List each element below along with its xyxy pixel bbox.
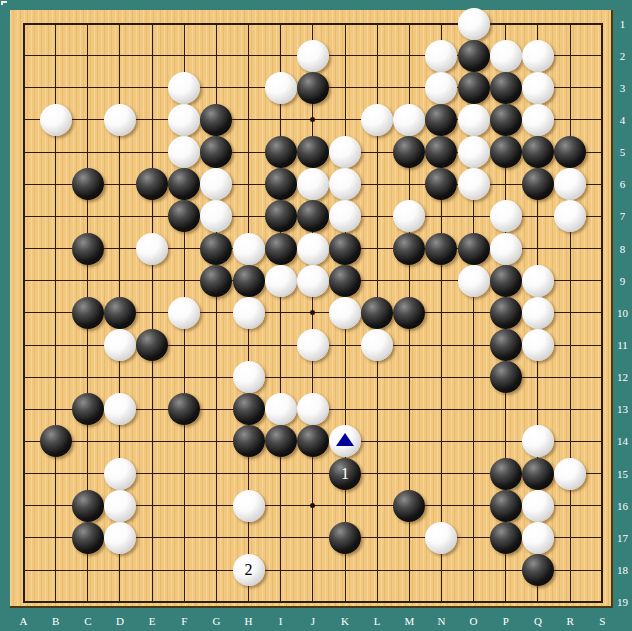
stone-white-K5[interactable] xyxy=(329,136,361,168)
stone-white-J8[interactable] xyxy=(297,233,329,265)
stone-white-D11[interactable] xyxy=(104,329,136,361)
col-label-M: M xyxy=(401,615,417,627)
stone-white-F4[interactable] xyxy=(168,104,200,136)
stone-black-C17[interactable] xyxy=(72,522,104,554)
stone-white-Q2[interactable] xyxy=(522,40,554,72)
col-label-C: C xyxy=(80,615,96,627)
stone-black-O8[interactable] xyxy=(458,233,490,265)
stone-black-H9[interactable] xyxy=(233,265,265,297)
grid-line-v-S xyxy=(601,23,603,604)
col-label-F: F xyxy=(176,615,192,627)
col-label-B: B xyxy=(48,615,64,627)
stone-white-Q9[interactable] xyxy=(522,265,554,297)
stone-white-O6[interactable] xyxy=(458,168,490,200)
stone-white-Q16[interactable] xyxy=(522,490,554,522)
row-label-12: 12 xyxy=(614,371,631,383)
stone-black-P11[interactable] xyxy=(490,329,522,361)
stone-white-I13[interactable] xyxy=(265,393,297,425)
stone-black-N8[interactable] xyxy=(425,233,457,265)
row-label-14: 14 xyxy=(614,435,631,447)
stone-white-L11[interactable] xyxy=(361,329,393,361)
stone-white-D17[interactable] xyxy=(104,522,136,554)
stone-white-D13[interactable] xyxy=(104,393,136,425)
col-label-R: R xyxy=(562,615,578,627)
stone-white-P2[interactable] xyxy=(490,40,522,72)
stone-white-O1[interactable] xyxy=(458,8,490,40)
stone-black-P10[interactable] xyxy=(490,297,522,329)
stone-black-I14[interactable] xyxy=(265,425,297,457)
grid-line-h-18 xyxy=(23,570,604,571)
stone-white-J2[interactable] xyxy=(297,40,329,72)
stone-white-J13[interactable] xyxy=(297,393,329,425)
stone-black-H13[interactable] xyxy=(233,393,265,425)
row-label-4: 4 xyxy=(614,114,631,126)
stone-black-K9[interactable] xyxy=(329,265,361,297)
col-label-G: G xyxy=(208,615,224,627)
stone-black-I7[interactable] xyxy=(265,200,297,232)
stone-white-Q11[interactable] xyxy=(522,329,554,361)
stone-white-J11[interactable] xyxy=(297,329,329,361)
stone-white-H12[interactable] xyxy=(233,361,265,393)
stone-black-R5[interactable] xyxy=(554,136,586,168)
stone-black-Q6[interactable] xyxy=(522,168,554,200)
stone-black-P17[interactable] xyxy=(490,522,522,554)
grid-line-h-19 xyxy=(23,601,604,603)
stone-black-C16[interactable] xyxy=(72,490,104,522)
row-label-13: 13 xyxy=(614,403,631,415)
stone-white-Q17[interactable] xyxy=(522,522,554,554)
stone-black-J5[interactable] xyxy=(297,136,329,168)
stone-black-I8[interactable] xyxy=(265,233,297,265)
stone-black-M8[interactable] xyxy=(393,233,425,265)
stone-black-B14[interactable] xyxy=(40,425,72,457)
stone-black-K17[interactable] xyxy=(329,522,361,554)
stone-black-P16[interactable] xyxy=(490,490,522,522)
grid-line-v-R xyxy=(570,23,571,604)
stone-black-J3[interactable] xyxy=(297,72,329,104)
stone-black-E11[interactable] xyxy=(136,329,168,361)
stone-white-H10[interactable] xyxy=(233,297,265,329)
col-label-O: O xyxy=(466,615,482,627)
stone-black-P15[interactable] xyxy=(490,458,522,490)
row-label-2: 2 xyxy=(614,50,631,62)
stone-black-Q5[interactable] xyxy=(522,136,554,168)
row-label-6: 6 xyxy=(614,178,631,190)
stone-black-P3[interactable] xyxy=(490,72,522,104)
move-number-K15: 1 xyxy=(329,458,361,490)
stone-black-C8[interactable] xyxy=(72,233,104,265)
stone-white-D15[interactable] xyxy=(104,458,136,490)
stone-white-Q3[interactable] xyxy=(522,72,554,104)
stone-white-F10[interactable] xyxy=(168,297,200,329)
row-label-17: 17 xyxy=(614,532,631,544)
stone-black-O2[interactable] xyxy=(458,40,490,72)
col-label-E: E xyxy=(144,615,160,627)
stone-white-I3[interactable] xyxy=(265,72,297,104)
stone-white-P7[interactable] xyxy=(490,200,522,232)
row-label-15: 15 xyxy=(614,468,631,480)
col-label-K: K xyxy=(337,615,353,627)
stone-black-H14[interactable] xyxy=(233,425,265,457)
stone-black-I6[interactable] xyxy=(265,168,297,200)
col-label-Q: Q xyxy=(530,615,546,627)
row-label-7: 7 xyxy=(614,210,631,222)
stone-white-N3[interactable] xyxy=(425,72,457,104)
stone-black-O3[interactable] xyxy=(458,72,490,104)
triangle-mark-K14 xyxy=(336,433,354,446)
move-number-H18: 2 xyxy=(233,554,265,586)
stone-white-R15[interactable] xyxy=(554,458,586,490)
stone-black-Q18[interactable] xyxy=(522,554,554,586)
row-label-9: 9 xyxy=(614,275,631,287)
stone-black-G8[interactable] xyxy=(200,233,232,265)
stone-white-D16[interactable] xyxy=(104,490,136,522)
stone-white-P8[interactable] xyxy=(490,233,522,265)
col-label-D: D xyxy=(112,615,128,627)
stone-white-Q10[interactable] xyxy=(522,297,554,329)
row-label-5: 5 xyxy=(614,146,631,158)
stone-white-H8[interactable] xyxy=(233,233,265,265)
stone-black-J7[interactable] xyxy=(297,200,329,232)
row-label-11: 11 xyxy=(614,339,631,351)
stone-black-M10[interactable] xyxy=(393,297,425,329)
col-label-A: A xyxy=(16,615,32,627)
stone-white-L4[interactable] xyxy=(361,104,393,136)
row-label-16: 16 xyxy=(614,500,631,512)
row-label-8: 8 xyxy=(614,243,631,255)
stone-black-C13[interactable] xyxy=(72,393,104,425)
col-label-P: P xyxy=(498,615,514,627)
row-label-3: 3 xyxy=(614,82,631,94)
row-label-19: 19 xyxy=(614,596,631,608)
stone-white-N2[interactable] xyxy=(425,40,457,72)
stone-white-O9[interactable] xyxy=(458,265,490,297)
stone-white-E8[interactable] xyxy=(136,233,168,265)
stone-white-O4[interactable] xyxy=(458,104,490,136)
stone-white-I9[interactable] xyxy=(265,265,297,297)
stone-black-M16[interactable] xyxy=(393,490,425,522)
stone-black-Q15[interactable] xyxy=(522,458,554,490)
stone-black-K8[interactable] xyxy=(329,233,361,265)
stone-black-P4[interactable] xyxy=(490,104,522,136)
stone-white-B4[interactable] xyxy=(40,104,72,136)
stone-black-P9[interactable] xyxy=(490,265,522,297)
stone-white-K10[interactable] xyxy=(329,297,361,329)
stone-black-G9[interactable] xyxy=(200,265,232,297)
stone-white-H16[interactable] xyxy=(233,490,265,522)
col-label-S: S xyxy=(594,615,610,627)
stone-white-F3[interactable] xyxy=(168,72,200,104)
stone-white-O5[interactable] xyxy=(458,136,490,168)
screen-corner-artifact xyxy=(1,1,7,3)
stone-white-J6[interactable] xyxy=(297,168,329,200)
stone-black-P5[interactable] xyxy=(490,136,522,168)
stone-white-Q4[interactable] xyxy=(522,104,554,136)
row-label-1: 1 xyxy=(614,18,631,30)
col-label-L: L xyxy=(369,615,385,627)
stone-black-I5[interactable] xyxy=(265,136,297,168)
go-app-window: 12 ABCDEFGHIJKLMNOPQRS 12345678910111213… xyxy=(0,0,632,631)
col-label-I: I xyxy=(273,615,289,627)
row-label-10: 10 xyxy=(614,307,631,319)
stone-white-K6[interactable] xyxy=(329,168,361,200)
stone-white-J9[interactable] xyxy=(297,265,329,297)
row-label-18: 18 xyxy=(614,564,631,576)
col-label-H: H xyxy=(241,615,257,627)
col-label-J: J xyxy=(305,615,321,627)
stone-black-C6[interactable] xyxy=(72,168,104,200)
stone-white-M4[interactable] xyxy=(393,104,425,136)
stone-white-D4[interactable] xyxy=(104,104,136,136)
stone-black-L10[interactable] xyxy=(361,297,393,329)
stone-black-D10[interactable] xyxy=(104,297,136,329)
col-label-N: N xyxy=(433,615,449,627)
stone-black-P12[interactable] xyxy=(490,361,522,393)
stone-black-C10[interactable] xyxy=(72,297,104,329)
